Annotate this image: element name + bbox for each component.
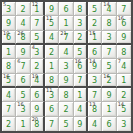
sudoku-cell-r8c2[interactable]: 163 [16, 102, 30, 116]
cell-digit: 6 [63, 6, 68, 14]
cell-digit: 3 [6, 6, 11, 14]
cell-digit: 3 [77, 20, 82, 28]
cell-digit: 2 [6, 121, 11, 129]
cage-sum-r5c2: 6 [17, 59, 20, 64]
sudoku-board: 5321219685144794711513281661062685421721… [0, 0, 133, 133]
sudoku-cell-r2c8[interactable]: 8 [102, 16, 116, 30]
cell-digit: 1 [121, 77, 126, 85]
cage-sum-r1c8: 14 [103, 2, 109, 7]
sudoku-cell-r2c9[interactable]: 166 [117, 16, 131, 30]
sudoku-cell-r3c7[interactable]: 151 [88, 31, 102, 45]
sudoku-cell-r4c4[interactable]: 2 [45, 45, 59, 59]
sudoku-cell-r2c6[interactable]: 3 [74, 16, 88, 30]
sudoku-cell-r7c1[interactable]: 4 [2, 88, 16, 102]
cage-sum-r5c7: 14 [89, 59, 95, 64]
cell-digit: 2 [34, 63, 39, 71]
cell-digit: 7 [6, 106, 11, 114]
cage-sum-r3c5: 21 [60, 31, 66, 36]
cell-digit: 4 [77, 106, 82, 114]
cell-digit: 3 [106, 34, 111, 42]
cell-digit: 1 [20, 121, 25, 129]
sudoku-cell-r4c2[interactable]: 9 [16, 45, 30, 59]
cage-sum-r2c9: 16 [118, 16, 124, 21]
cell-digit: 7 [77, 77, 82, 85]
sudoku-cell-r9c1[interactable]: 2 [2, 117, 16, 131]
sudoku-cell-r1c8[interactable]: 144 [102, 2, 116, 16]
sudoku-cell-r4c8[interactable]: 7 [102, 45, 116, 59]
sudoku-cell-r8c7[interactable]: 138 [88, 102, 102, 116]
sudoku-cell-r7c6[interactable]: 1 [74, 88, 88, 102]
cell-digit: 3 [92, 77, 97, 85]
cell-digit: 9 [63, 77, 68, 85]
cage-sum-r1c3: 12 [32, 2, 38, 7]
sudoku-cell-r3c5[interactable]: 217 [59, 31, 73, 45]
cell-digit: 5 [92, 6, 97, 14]
sudoku-cell-r3c8[interactable]: 3 [102, 31, 116, 45]
cell-digit: 9 [49, 6, 54, 14]
cell-digit: 2 [92, 20, 97, 28]
cell-digit: 8 [106, 20, 111, 28]
cell-digit: 6 [20, 77, 25, 85]
cell-digit: 1 [77, 92, 82, 100]
sudoku-cell-r7c2[interactable]: 5 [16, 88, 30, 102]
sudoku-cell-r7c3[interactable]: 6 [31, 88, 45, 102]
sudoku-cell-r7c7[interactable]: 7 [88, 88, 102, 102]
cage-sum-r8c2: 16 [17, 102, 23, 107]
sudoku-cell-r9c6[interactable]: 9 [74, 117, 88, 131]
cage-sum-r3c7: 15 [89, 31, 95, 36]
cell-digit: 1 [6, 49, 11, 57]
cell-digit: 7 [92, 92, 97, 100]
cage-sum-r2c4: 11 [46, 16, 52, 21]
sudoku-cell-r9c7[interactable]: 4 [88, 117, 102, 131]
cage-sum-r1c1: 5 [3, 2, 6, 7]
sudoku-cell-r1c2[interactable]: 2 [16, 2, 30, 16]
cell-digit: 8 [6, 63, 11, 71]
sudoku-cell-r1c7[interactable]: 5 [88, 2, 102, 16]
cell-digit: 5 [106, 63, 111, 71]
cell-digit: 7 [49, 121, 54, 129]
sudoku-cell-r2c3[interactable]: 7 [31, 16, 45, 30]
cage-sum-r6c1: 16 [3, 74, 9, 79]
cell-digit: 2 [20, 6, 25, 14]
cell-digit: 6 [34, 92, 39, 100]
sudoku-cell-r6c8[interactable]: 162 [102, 74, 116, 88]
sudoku-cell-r6c6[interactable]: 7 [74, 74, 88, 88]
cell-digit: 7 [20, 63, 25, 71]
sudoku-cell-r5c8[interactable]: 5 [102, 59, 116, 73]
sudoku-cell-r8c8[interactable]: 1 [102, 102, 116, 116]
sudoku-cell-r9c8[interactable]: 6 [102, 117, 116, 131]
sudoku-cell-r6c5[interactable]: 9 [59, 74, 73, 88]
sudoku-cell-r5c3[interactable]: 2 [31, 59, 45, 73]
sudoku-cell-r9c2[interactable]: 1 [16, 117, 30, 131]
cell-digit: 7 [106, 49, 111, 57]
cell-digit: 5 [63, 121, 68, 129]
sudoku-cell-r2c7[interactable]: 2 [88, 16, 102, 30]
cage-sum-r4c3: 4 [32, 45, 35, 50]
cage-sum-r3c1: 10 [3, 31, 9, 36]
cell-digit: 4 [6, 92, 11, 100]
sudoku-cell-r5c1[interactable]: 8 [2, 59, 16, 73]
sudoku-cell-r4c1[interactable]: 1 [2, 45, 16, 59]
sudoku-cell-r7c8[interactable]: 9 [102, 88, 116, 102]
sudoku-cell-r4c9[interactable]: 8 [117, 45, 131, 59]
sudoku-cell-r6c1[interactable]: 165 [2, 74, 16, 88]
cage-sum-r5c6: 16 [75, 59, 81, 64]
cell-digit: 9 [6, 20, 11, 28]
cage-sum-r6c8: 16 [103, 74, 109, 79]
sudoku-cell-r5c6[interactable]: 166 [74, 59, 88, 73]
sudoku-cell-r2c5[interactable]: 1 [59, 16, 73, 30]
cell-digit: 6 [106, 121, 111, 129]
sudoku-cell-r7c9[interactable]: 2 [117, 88, 131, 102]
sudoku-cell-r4c3[interactable]: 43 [31, 45, 45, 59]
cage-sum-r5c9: 7 [118, 59, 121, 64]
sudoku-cell-r7c5[interactable]: 8 [59, 88, 73, 102]
sudoku-cell-r8c1[interactable]: 7 [2, 102, 16, 116]
cell-digit: 4 [49, 34, 54, 42]
sudoku-cell-r3c6[interactable]: 2 [74, 31, 88, 45]
cell-digit: 9 [20, 49, 25, 57]
sudoku-cell-r3c3[interactable]: 5 [31, 31, 45, 45]
cell-digit: 4 [20, 20, 25, 28]
cell-digit: 9 [34, 106, 39, 114]
cell-digit: 1 [106, 106, 111, 114]
sudoku-cell-r5c5[interactable]: 3 [59, 59, 73, 73]
sudoku-cell-r5c7[interactable]: 149 [88, 59, 102, 73]
sudoku-cell-r4c7[interactable]: 6 [88, 45, 102, 59]
sudoku-cell-r1c9[interactable]: 7 [117, 2, 131, 16]
cell-digit: 1 [49, 63, 54, 71]
cell-digit: 3 [34, 49, 39, 57]
sudoku-cell-r9c3[interactable]: 208 [31, 117, 45, 131]
sudoku-cell-r5c2[interactable]: 67 [16, 59, 30, 73]
sudoku-cell-r1c4[interactable]: 9 [45, 2, 59, 16]
sudoku-cell-r3c9[interactable]: 9 [117, 31, 131, 45]
sudoku-cell-r2c4[interactable]: 115 [45, 16, 59, 30]
cage-sum-r7c4: 11 [46, 88, 52, 93]
sudoku-cell-r7c4[interactable]: 113 [45, 88, 59, 102]
cage-sum-r9c3: 20 [32, 117, 38, 122]
sudoku-cell-r1c6[interactable]: 8 [74, 2, 88, 16]
sudoku-cell-r3c1[interactable]: 106 [2, 31, 16, 45]
sudoku-cell-r8c3[interactable]: 9 [31, 102, 45, 116]
cell-digit: 3 [63, 63, 68, 71]
cell-digit: 9 [106, 92, 111, 100]
sudoku-cell-r6c9[interactable]: 1 [117, 74, 131, 88]
cell-digit: 9 [121, 34, 126, 42]
cell-digit: 7 [121, 6, 126, 14]
sudoku-cell-r1c3[interactable]: 121 [31, 2, 45, 16]
sudoku-cell-r1c1[interactable]: 53 [2, 2, 16, 16]
sudoku-cell-r2c1[interactable]: 9 [2, 16, 16, 30]
sudoku-cell-r9c4[interactable]: 7 [45, 117, 59, 131]
cage-sum-r8c7: 13 [89, 102, 95, 107]
sudoku-cell-r9c5[interactable]: 5 [59, 117, 73, 131]
sudoku-cell-r8c9[interactable]: 145 [117, 102, 131, 116]
cell-digit: 6 [92, 49, 97, 57]
cell-digit: 9 [77, 121, 82, 129]
sudoku-cell-r6c4[interactable]: 8 [45, 74, 59, 88]
cell-digit: 8 [34, 121, 39, 129]
sudoku-cell-r6c7[interactable]: 3 [88, 74, 102, 88]
cell-digit: 2 [121, 92, 126, 100]
sudoku-cell-r3c4[interactable]: 4 [45, 31, 59, 45]
cell-digit: 5 [20, 92, 25, 100]
sudoku-cell-r2c2[interactable]: 4 [16, 16, 30, 30]
cell-digit: 8 [77, 6, 82, 14]
cell-digit: 4 [121, 63, 126, 71]
sudoku-cell-r4c6[interactable]: 5 [74, 45, 88, 59]
sudoku-cell-r3c2[interactable]: 268 [16, 31, 30, 45]
cage-sum-r6c3: 19 [32, 74, 38, 79]
sudoku-cell-r8c5[interactable]: 2 [59, 102, 73, 116]
cell-digit: 3 [121, 121, 126, 129]
cell-digit: 1 [63, 20, 68, 28]
cell-digit: 4 [92, 121, 97, 129]
sudoku-cell-r6c2[interactable]: 6 [16, 74, 30, 88]
sudoku-cell-r8c6[interactable]: 4 [74, 102, 88, 116]
sudoku-cell-r9c9[interactable]: 3 [117, 117, 131, 131]
cell-digit: 8 [63, 92, 68, 100]
sudoku-cell-r5c9[interactable]: 74 [117, 59, 131, 73]
cage-sum-r8c9: 14 [118, 102, 124, 107]
cell-digit: 4 [63, 49, 68, 57]
cell-digit: 2 [63, 106, 68, 114]
sudoku-cell-r1c5[interactable]: 6 [59, 2, 73, 16]
cell-digit: 8 [49, 77, 54, 85]
cell-digit: 5 [77, 49, 82, 57]
sudoku-cell-r6c3[interactable]: 194 [31, 74, 45, 88]
sudoku-cell-r5c4[interactable]: 1 [45, 59, 59, 73]
sudoku-cell-r4c5[interactable]: 4 [59, 45, 73, 59]
cell-digit: 2 [77, 34, 82, 42]
cell-digit: 5 [34, 34, 39, 42]
cell-digit: 7 [34, 20, 39, 28]
cell-digit: 2 [49, 49, 54, 57]
cell-digit: 8 [121, 49, 126, 57]
sudoku-cell-r8c4[interactable]: 6 [45, 102, 59, 116]
cell-digit: 6 [49, 106, 54, 114]
cage-sum-r3c2: 26 [17, 31, 23, 36]
